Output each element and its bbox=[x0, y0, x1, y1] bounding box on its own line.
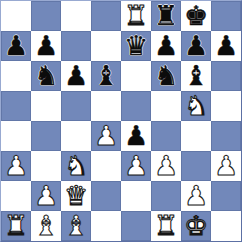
square-b5[interactable] bbox=[31, 91, 61, 121]
square-g7[interactable]: ♟ bbox=[181, 31, 211, 61]
square-c3[interactable]: ♞ bbox=[61, 151, 91, 181]
square-h7[interactable]: ♟ bbox=[211, 31, 241, 61]
white-pawn-icon: ♟ bbox=[4, 151, 28, 181]
white-rook-icon: ♜ bbox=[154, 211, 178, 241]
square-h5[interactable] bbox=[211, 91, 241, 121]
square-e1[interactable] bbox=[121, 211, 151, 241]
white-knight-icon: ♞ bbox=[184, 91, 208, 121]
square-b1[interactable]: ♝ bbox=[31, 211, 61, 241]
square-h2[interactable] bbox=[211, 181, 241, 211]
square-g1[interactable]: ♚ bbox=[181, 211, 211, 241]
square-b6[interactable]: ♞ bbox=[31, 61, 61, 91]
square-a2[interactable] bbox=[1, 181, 31, 211]
square-e7[interactable]: ♛ bbox=[121, 31, 151, 61]
square-h1[interactable] bbox=[211, 211, 241, 241]
black-bishop-icon: ♝ bbox=[184, 61, 208, 91]
square-e3[interactable]: ♟ bbox=[121, 151, 151, 181]
black-pawn-icon: ♟ bbox=[184, 31, 208, 61]
square-c5[interactable] bbox=[61, 91, 91, 121]
black-bishop-icon: ♝ bbox=[94, 61, 118, 91]
square-h4[interactable] bbox=[211, 121, 241, 151]
square-d5[interactable] bbox=[91, 91, 121, 121]
square-f8[interactable]: ♜ bbox=[151, 1, 181, 31]
black-king-icon: ♚ bbox=[184, 1, 208, 31]
square-g6[interactable]: ♝ bbox=[181, 61, 211, 91]
square-g4[interactable] bbox=[181, 121, 211, 151]
square-b4[interactable] bbox=[31, 121, 61, 151]
white-pawn-icon: ♟ bbox=[154, 151, 178, 181]
chess-board: ♜♜♚♟♟♛♟♟♟♞♟♝♞♝♞♟♟♟♞♟♟♟♟♛♟♜♝♝♜♚ bbox=[1, 1, 241, 241]
white-queen-icon: ♛ bbox=[64, 181, 88, 211]
white-pawn-icon: ♟ bbox=[94, 121, 118, 151]
square-b3[interactable] bbox=[31, 151, 61, 181]
square-h3[interactable]: ♟ bbox=[211, 151, 241, 181]
square-e8[interactable]: ♜ bbox=[121, 1, 151, 31]
square-a4[interactable] bbox=[1, 121, 31, 151]
square-d6[interactable]: ♝ bbox=[91, 61, 121, 91]
square-b8[interactable] bbox=[31, 1, 61, 31]
square-f7[interactable]: ♟ bbox=[151, 31, 181, 61]
square-f6[interactable]: ♞ bbox=[151, 61, 181, 91]
square-g5[interactable]: ♞ bbox=[181, 91, 211, 121]
square-c6[interactable]: ♟ bbox=[61, 61, 91, 91]
square-g3[interactable] bbox=[181, 151, 211, 181]
black-knight-icon: ♞ bbox=[154, 61, 178, 91]
square-c4[interactable] bbox=[61, 121, 91, 151]
square-f4[interactable] bbox=[151, 121, 181, 151]
black-pawn-icon: ♟ bbox=[4, 31, 28, 61]
chess-board-frame: ♜♜♚♟♟♛♟♟♟♞♟♝♞♝♞♟♟♟♞♟♟♟♟♛♟♜♝♝♜♚ bbox=[0, 0, 242, 242]
square-a8[interactable] bbox=[1, 1, 31, 31]
black-queen-icon: ♛ bbox=[124, 31, 148, 61]
square-h8[interactable] bbox=[211, 1, 241, 31]
white-pawn-icon: ♟ bbox=[34, 181, 58, 211]
square-e5[interactable] bbox=[121, 91, 151, 121]
black-pawn-icon: ♟ bbox=[34, 31, 58, 61]
square-c2[interactable]: ♛ bbox=[61, 181, 91, 211]
square-a5[interactable] bbox=[1, 91, 31, 121]
square-f1[interactable]: ♜ bbox=[151, 211, 181, 241]
white-rook-icon: ♜ bbox=[124, 1, 148, 31]
square-f2[interactable] bbox=[151, 181, 181, 211]
white-king-icon: ♚ bbox=[184, 211, 208, 241]
black-rook-icon: ♜ bbox=[154, 1, 178, 31]
white-pawn-icon: ♟ bbox=[214, 151, 238, 181]
white-rook-icon: ♜ bbox=[4, 211, 28, 241]
white-pawn-icon: ♟ bbox=[124, 151, 148, 181]
square-h6[interactable] bbox=[211, 61, 241, 91]
square-e4[interactable]: ♟ bbox=[121, 121, 151, 151]
white-bishop-icon: ♝ bbox=[34, 211, 58, 241]
square-b2[interactable]: ♟ bbox=[31, 181, 61, 211]
square-e6[interactable] bbox=[121, 61, 151, 91]
square-d8[interactable] bbox=[91, 1, 121, 31]
square-g8[interactable]: ♚ bbox=[181, 1, 211, 31]
square-b7[interactable]: ♟ bbox=[31, 31, 61, 61]
black-knight-icon: ♞ bbox=[34, 61, 58, 91]
square-c8[interactable] bbox=[61, 1, 91, 31]
square-a6[interactable] bbox=[1, 61, 31, 91]
square-d7[interactable] bbox=[91, 31, 121, 61]
black-pawn-icon: ♟ bbox=[214, 31, 238, 61]
white-bishop-icon: ♝ bbox=[64, 211, 88, 241]
square-e2[interactable] bbox=[121, 181, 151, 211]
white-pawn-icon: ♟ bbox=[184, 181, 208, 211]
square-f3[interactable]: ♟ bbox=[151, 151, 181, 181]
square-d4[interactable]: ♟ bbox=[91, 121, 121, 151]
square-d1[interactable] bbox=[91, 211, 121, 241]
black-pawn-icon: ♟ bbox=[64, 61, 88, 91]
square-a3[interactable]: ♟ bbox=[1, 151, 31, 181]
square-g2[interactable]: ♟ bbox=[181, 181, 211, 211]
black-pawn-icon: ♟ bbox=[154, 31, 178, 61]
square-a7[interactable]: ♟ bbox=[1, 31, 31, 61]
white-knight-icon: ♞ bbox=[64, 151, 88, 181]
square-d3[interactable] bbox=[91, 151, 121, 181]
square-c1[interactable]: ♝ bbox=[61, 211, 91, 241]
black-pawn-icon: ♟ bbox=[124, 121, 148, 151]
square-a1[interactable]: ♜ bbox=[1, 211, 31, 241]
square-d2[interactable] bbox=[91, 181, 121, 211]
square-c7[interactable] bbox=[61, 31, 91, 61]
square-f5[interactable] bbox=[151, 91, 181, 121]
